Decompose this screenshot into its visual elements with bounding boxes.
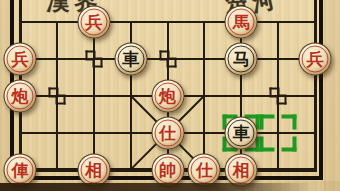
point-marker-f8r8	[270, 88, 287, 105]
board-border-right	[319, 0, 323, 180]
river-text-char-0: 漢	[47, 0, 70, 13]
point-marker-f3r7	[85, 51, 102, 68]
board-edge-shadow	[0, 183, 312, 191]
point-marker-corner	[167, 59, 176, 68]
piece-glyph: 車	[115, 44, 146, 75]
piece-glyph: 马	[226, 44, 257, 75]
piece-red-king-e10[interactable]: 帥	[151, 154, 184, 187]
right-margin	[324, 0, 340, 191]
piece-red-cannon-e8[interactable]: 炮	[151, 80, 184, 113]
piece-red-advisor-e9[interactable]: 仕	[151, 117, 184, 150]
lastmove-from-marker-corner	[282, 137, 297, 152]
piece-red-cannon-a8[interactable]: 炮	[4, 80, 37, 113]
xiangqi-board[interactable]: 漢界楚河 兵馬兵車马兵炮炮仕車俥相帥仕相	[0, 0, 340, 191]
piece-red-horse-g6[interactable]: 馬	[225, 6, 258, 39]
piece-glyph: 帥	[152, 155, 183, 186]
piece-black-rook-g9[interactable]: 車	[225, 117, 258, 150]
piece-red-pawn-a7[interactable]: 兵	[4, 43, 37, 76]
point-marker-corner	[278, 96, 287, 105]
piece-glyph: 炮	[152, 81, 183, 112]
piece-glyph: 車	[226, 118, 257, 149]
piece-red-pawn-c6[interactable]: 兵	[77, 6, 110, 39]
lastmove-from-marker	[260, 115, 297, 152]
piece-glyph: 兵	[300, 44, 331, 75]
piece-glyph: 兵	[78, 7, 109, 38]
piece-black-rook-d7[interactable]: 車	[114, 43, 147, 76]
point-marker-corner	[56, 96, 65, 105]
piece-glyph: 仕	[189, 155, 220, 186]
point-marker-f2r8	[48, 88, 65, 105]
piece-glyph: 相	[78, 155, 109, 186]
piece-red-advisor-f10[interactable]: 仕	[188, 154, 221, 187]
lastmove-from-marker-corner	[282, 115, 297, 130]
lastmove-from-marker-corner	[260, 115, 275, 130]
piece-red-elephant-g10[interactable]: 相	[225, 154, 258, 187]
piece-glyph: 俥	[5, 155, 36, 186]
piece-glyph: 仕	[152, 118, 183, 149]
lastmove-from-marker-corner	[260, 137, 275, 152]
piece-glyph: 相	[226, 155, 257, 186]
piece-glyph: 馬	[226, 7, 257, 38]
piece-glyph: 兵	[5, 44, 36, 75]
piece-red-pawn-i7[interactable]: 兵	[299, 43, 332, 76]
point-marker-corner	[93, 59, 102, 68]
file-line-9	[314, 0, 317, 172]
piece-red-rook-a10[interactable]: 俥	[4, 154, 37, 187]
piece-black-horse-g7[interactable]: 马	[225, 43, 258, 76]
point-marker-f5r7	[159, 51, 176, 68]
piece-glyph: 炮	[5, 81, 36, 112]
file-line-3	[93, 22, 95, 172]
piece-red-elephant-c10[interactable]: 相	[77, 154, 110, 187]
